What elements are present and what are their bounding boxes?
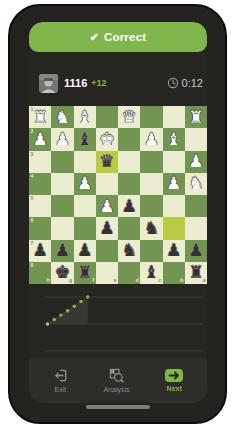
piece-white-rook-a1: ♜ bbox=[188, 108, 203, 125]
piece-black-pawn-f7: ♟ bbox=[77, 242, 92, 259]
piece-black-king-g8: ♚ bbox=[55, 264, 70, 281]
square-g3[interactable] bbox=[51, 151, 73, 173]
home-indicator bbox=[86, 405, 150, 409]
piece-black-bishop-c8: ♝ bbox=[144, 264, 159, 281]
correct-banner: ✔ Correct bbox=[29, 22, 207, 52]
piece-black-pawn-g7: ♟ bbox=[55, 242, 70, 259]
piece-white-pawn-b4: ♟ bbox=[166, 175, 181, 192]
square-h3[interactable]: 3 bbox=[29, 151, 51, 173]
bottom-nav: Exit Analysis bbox=[29, 358, 207, 403]
next-button[interactable]: Next bbox=[165, 369, 183, 392]
app-screen: ✔ Correct 1116 +12 bbox=[29, 22, 207, 403]
square-e1[interactable] bbox=[96, 106, 118, 128]
square-g6[interactable] bbox=[51, 217, 73, 239]
file-label-b: b bbox=[180, 278, 183, 283]
square-e4[interactable] bbox=[96, 173, 118, 195]
square-c2[interactable]: ♟ bbox=[140, 128, 162, 150]
square-d3[interactable] bbox=[118, 151, 140, 173]
piece-white-rook-h1: ♜ bbox=[33, 108, 48, 125]
piece-black-queen-e3: ♛ bbox=[99, 153, 114, 170]
square-f5[interactable] bbox=[74, 195, 96, 217]
rating-graph: 473 400 327 bbox=[29, 290, 207, 356]
chart-point bbox=[86, 295, 89, 298]
square-b2[interactable]: ♝ bbox=[163, 128, 185, 150]
next-label: Next bbox=[167, 385, 182, 392]
square-g8[interactable]: g♚ bbox=[51, 262, 73, 284]
square-g7[interactable]: ♟ bbox=[51, 240, 73, 262]
square-h2[interactable]: 2♟ bbox=[29, 128, 51, 150]
piece-white-pawn-c2: ♟ bbox=[144, 130, 159, 147]
square-d4[interactable] bbox=[118, 173, 140, 195]
square-b8[interactable]: b bbox=[163, 262, 185, 284]
square-d2[interactable] bbox=[118, 128, 140, 150]
piece-white-pawn-g2: ♟ bbox=[55, 130, 70, 147]
puzzle-timer: 0:12 bbox=[182, 77, 203, 89]
piece-white-pawn-a3: ♟ bbox=[188, 153, 203, 170]
square-a2[interactable] bbox=[185, 128, 207, 150]
piece-black-bishop-f2: ♝ bbox=[77, 130, 92, 147]
rank-label-7: 7 bbox=[31, 241, 34, 246]
square-b3[interactable] bbox=[163, 151, 185, 173]
square-h4[interactable]: 4 bbox=[29, 173, 51, 195]
rank-label-4: 4 bbox=[31, 174, 34, 179]
square-a3[interactable]: ♟ bbox=[185, 151, 207, 173]
piece-white-knight-a4: ♞ bbox=[188, 175, 203, 192]
file-label-a: a bbox=[203, 278, 206, 283]
square-b5[interactable] bbox=[163, 195, 185, 217]
rank-label-8: 8 bbox=[31, 263, 34, 268]
square-h8[interactable]: 8h bbox=[29, 262, 51, 284]
piece-black-pawn-h7: ♟ bbox=[33, 242, 48, 259]
square-d5[interactable]: ♟ bbox=[118, 195, 140, 217]
square-d7[interactable]: ♞ bbox=[118, 240, 140, 262]
square-e3[interactable]: ♛ bbox=[96, 151, 118, 173]
square-c1[interactable] bbox=[140, 106, 162, 128]
check-icon: ✔ bbox=[90, 32, 99, 43]
rank-label-5: 5 bbox=[31, 196, 34, 201]
square-c8[interactable]: c♝ bbox=[140, 262, 162, 284]
piece-black-rook-a8: ♜ bbox=[188, 264, 203, 281]
rating-trend-chart bbox=[29, 290, 207, 356]
rank-label-1: 1 bbox=[31, 107, 34, 112]
next-arrow-icon bbox=[165, 369, 183, 382]
square-c7[interactable] bbox=[140, 240, 162, 262]
square-g5[interactable] bbox=[51, 195, 73, 217]
square-f3[interactable] bbox=[74, 151, 96, 173]
square-d1[interactable]: ♛ bbox=[118, 106, 140, 128]
piece-black-knight-c6: ♞ bbox=[144, 219, 159, 236]
file-label-c: c bbox=[158, 278, 161, 283]
square-d8[interactable]: d bbox=[118, 262, 140, 284]
square-c5[interactable] bbox=[140, 195, 162, 217]
chart-point bbox=[66, 309, 69, 312]
piece-white-pawn-h2: ♟ bbox=[33, 130, 48, 147]
piece-white-knight-g1: ♞ bbox=[55, 108, 70, 125]
chart-point bbox=[79, 300, 82, 303]
piece-black-rook-f8: ♜ bbox=[77, 264, 92, 281]
piece-white-king-e2: ♚ bbox=[99, 130, 114, 147]
square-f6[interactable] bbox=[74, 217, 96, 239]
square-e5[interactable]: ♟ bbox=[96, 195, 118, 217]
square-h6[interactable]: 6 bbox=[29, 217, 51, 239]
square-h5[interactable]: 5 bbox=[29, 195, 51, 217]
square-a5[interactable] bbox=[185, 195, 207, 217]
piece-white-bishop-b2: ♝ bbox=[166, 130, 181, 147]
chart-start-point bbox=[46, 322, 49, 325]
rank-label-2: 2 bbox=[31, 129, 34, 134]
rating-delta-badge: +12 bbox=[91, 78, 106, 88]
piece-black-pawn-d5: ♟ bbox=[122, 197, 137, 214]
piece-black-knight-d7: ♞ bbox=[122, 242, 137, 259]
square-c3[interactable] bbox=[140, 151, 162, 173]
square-e8[interactable]: e bbox=[96, 262, 118, 284]
square-d6[interactable] bbox=[118, 217, 140, 239]
square-a8[interactable]: a♜ bbox=[185, 262, 207, 284]
rank-label-6: 6 bbox=[31, 218, 34, 223]
analysis-label: Analysis bbox=[103, 386, 129, 393]
square-a7[interactable]: ♟ bbox=[185, 240, 207, 262]
piece-black-pawn-a7: ♟ bbox=[188, 242, 203, 259]
screenshot-root: ✔ Correct 1116 +12 bbox=[0, 0, 235, 431]
square-g2[interactable]: ♟ bbox=[51, 128, 73, 150]
file-label-e: e bbox=[114, 278, 117, 283]
player-bar: 1116 +12 0:12 bbox=[39, 72, 203, 94]
file-label-g: g bbox=[69, 278, 72, 283]
analysis-icon bbox=[109, 368, 124, 383]
square-e6[interactable]: ♟ bbox=[96, 217, 118, 239]
file-label-h: h bbox=[47, 278, 50, 283]
file-label-f: f bbox=[93, 278, 95, 283]
player-rating: 1116 bbox=[64, 77, 87, 89]
analysis-button[interactable]: Analysis bbox=[103, 368, 129, 393]
piece-white-pawn-f4: ♟ bbox=[77, 175, 92, 192]
square-c4[interactable] bbox=[140, 173, 162, 195]
piece-white-queen-d1: ♛ bbox=[122, 108, 137, 125]
square-f4[interactable]: ♟ bbox=[74, 173, 96, 195]
chart-point bbox=[53, 318, 56, 321]
square-b6[interactable] bbox=[163, 217, 185, 239]
square-g1[interactable]: ♞ bbox=[51, 106, 73, 128]
player-avatar[interactable] bbox=[39, 74, 58, 93]
chart-point bbox=[73, 305, 76, 308]
rank-label-3: 3 bbox=[31, 152, 34, 157]
square-f1[interactable]: ♝ bbox=[74, 106, 96, 128]
correct-banner-label: Correct bbox=[104, 31, 146, 43]
piece-white-pawn-e5: ♟ bbox=[99, 197, 114, 214]
square-h7[interactable]: 7♟ bbox=[29, 240, 51, 262]
square-a6[interactable] bbox=[185, 217, 207, 239]
square-b1[interactable] bbox=[163, 106, 185, 128]
square-f7[interactable]: ♟ bbox=[74, 240, 96, 262]
square-c6[interactable]: ♞ bbox=[140, 217, 162, 239]
square-a4[interactable]: ♞ bbox=[185, 173, 207, 195]
square-e2[interactable]: ♚ bbox=[96, 128, 118, 150]
exit-label: Exit bbox=[54, 386, 66, 393]
square-a1[interactable]: ♜ bbox=[185, 106, 207, 128]
square-b7[interactable]: ♟ bbox=[163, 240, 185, 262]
piece-white-bishop-f1: ♝ bbox=[77, 108, 92, 125]
square-f2[interactable]: ♝ bbox=[74, 128, 96, 150]
chart-point bbox=[59, 313, 62, 316]
exit-icon bbox=[53, 368, 68, 383]
square-g4[interactable] bbox=[51, 173, 73, 195]
piece-black-pawn-b7: ♟ bbox=[166, 242, 181, 259]
square-e7[interactable] bbox=[96, 240, 118, 262]
exit-button[interactable]: Exit bbox=[53, 368, 68, 393]
clock-icon bbox=[167, 77, 179, 89]
chess-board[interactable]: 1♜♞♝♛♜2♟♟♝♚♟♝3♛♟4♟♟♞5♟♟6♟♞7♟♟♟♞♟♟8hg♚f♜e… bbox=[29, 106, 207, 284]
square-h1[interactable]: 1♜ bbox=[29, 106, 51, 128]
file-label-d: d bbox=[136, 278, 139, 283]
square-f8[interactable]: f♜ bbox=[74, 262, 96, 284]
square-b4[interactable]: ♟ bbox=[163, 173, 185, 195]
piece-black-pawn-e6: ♟ bbox=[99, 219, 114, 236]
